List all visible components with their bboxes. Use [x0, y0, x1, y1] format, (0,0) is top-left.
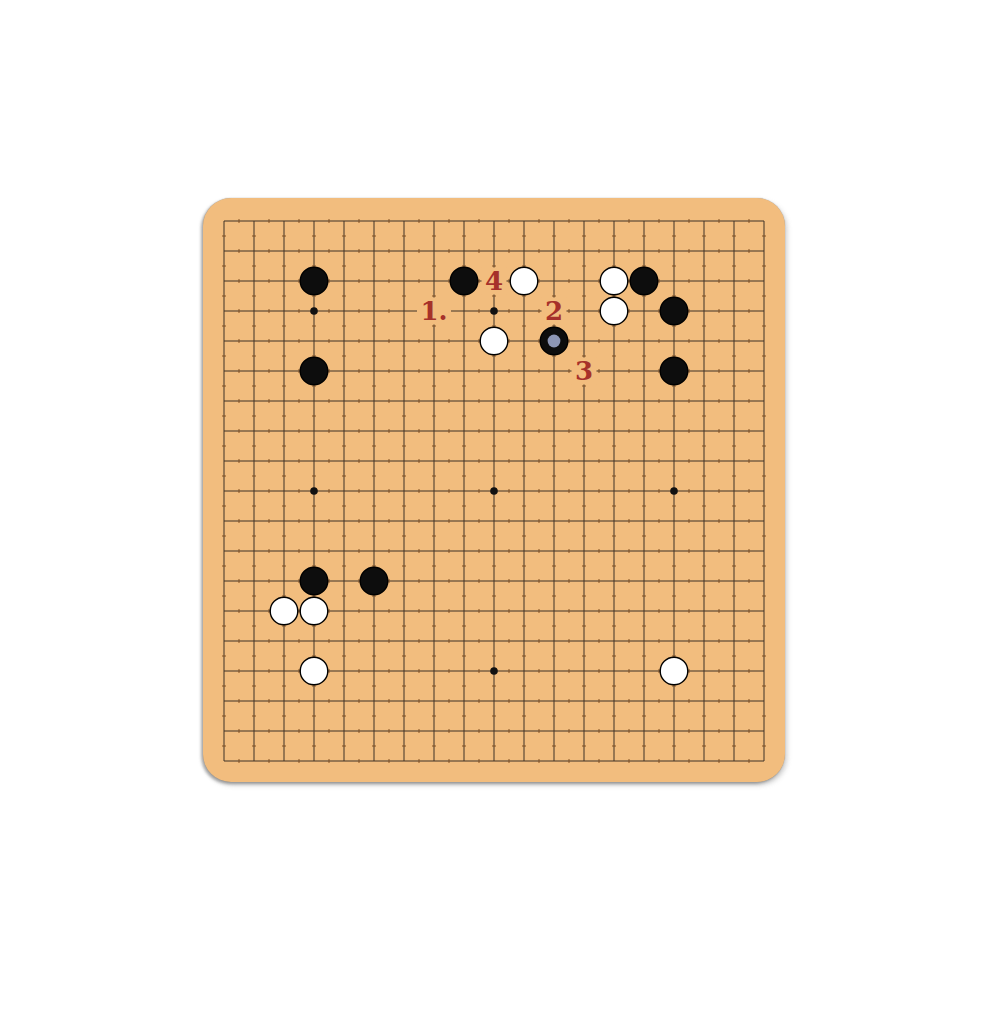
white-stone: [300, 657, 328, 685]
white-stone: [600, 297, 628, 325]
go-board: 1.234: [203, 198, 785, 782]
move-label: 4: [485, 266, 503, 296]
star-point: [310, 487, 318, 495]
star-point: [310, 307, 318, 315]
star-point: [490, 487, 498, 495]
white-stone: [600, 267, 628, 295]
black-stone: [450, 267, 478, 295]
move-label: 3: [575, 356, 593, 386]
go-board-diagram: 1.234: [203, 198, 785, 782]
black-stone: [300, 267, 328, 295]
white-stone: [480, 327, 508, 355]
black-stone: [660, 297, 688, 325]
black-stone: [300, 357, 328, 385]
star-point: [670, 487, 678, 495]
marked-stone-dot: [548, 335, 561, 348]
black-stone: [660, 357, 688, 385]
white-stone: [270, 597, 298, 625]
white-stone: [300, 597, 328, 625]
white-stone: [660, 657, 688, 685]
star-point: [490, 307, 498, 315]
move-label: 2: [545, 296, 563, 326]
page-background: 1.234: [0, 0, 990, 1035]
white-stone: [510, 267, 538, 295]
black-stone: [630, 267, 658, 295]
star-point: [490, 667, 498, 675]
black-stone: [360, 567, 388, 595]
move-label: 1.: [420, 296, 447, 326]
black-stone: [300, 567, 328, 595]
